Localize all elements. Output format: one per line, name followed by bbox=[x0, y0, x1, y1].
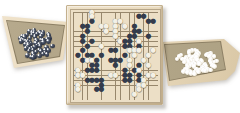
go-stone-black[interactable]: ● bbox=[150, 19, 155, 24]
go-stone-white[interactable]: ● bbox=[75, 87, 80, 92]
go-stone-black[interactable]: ● bbox=[127, 78, 132, 83]
go-stone-white[interactable]: ● bbox=[132, 92, 137, 97]
go-board: ●●●●●●●●●●●●●●●●●●●●●●●●●●●●●●●●●●●●●●●●… bbox=[66, 5, 163, 105]
go-stone-black[interactable]: ● bbox=[113, 48, 118, 53]
go-stone-black[interactable]: ● bbox=[94, 68, 99, 73]
board-surface[interactable]: ●●●●●●●●●●●●●●●●●●●●●●●●●●●●●●●●●●●●●●●●… bbox=[70, 9, 161, 103]
pile-stone-white bbox=[192, 72, 196, 76]
go-stone-white[interactable]: ● bbox=[150, 73, 155, 78]
go-stone-black[interactable]: ● bbox=[113, 63, 118, 68]
pile-stone-white bbox=[196, 70, 201, 75]
go-stone-white[interactable]: ● bbox=[146, 63, 151, 68]
pile-stone-white bbox=[208, 68, 213, 73]
go-stone-white[interactable]: ● bbox=[122, 24, 127, 29]
go-stone-black[interactable]: ● bbox=[99, 87, 104, 92]
go-set-scene: ●●●●●●●●●●●●●●●●●●●●●●●●●●●●●●●●●●●●●●●●… bbox=[0, 0, 240, 113]
go-stone-white[interactable]: ● bbox=[103, 29, 108, 34]
go-stone-black[interactable]: ● bbox=[146, 34, 151, 39]
go-stone-white[interactable]: ● bbox=[99, 44, 104, 49]
pile-stone-white bbox=[175, 57, 180, 62]
go-stone-white[interactable]: ● bbox=[113, 73, 118, 78]
